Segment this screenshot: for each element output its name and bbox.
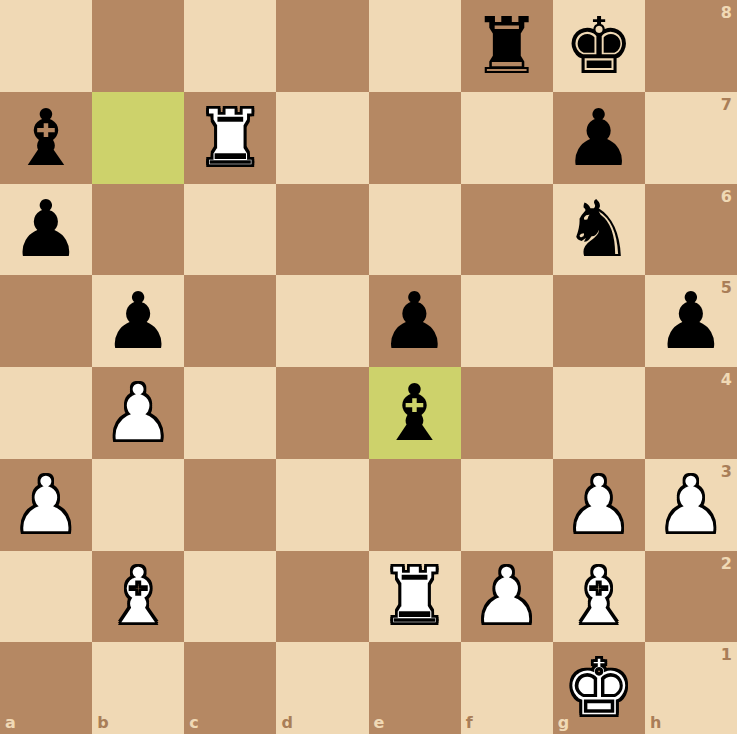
- square-b5[interactable]: ♟: [92, 275, 184, 367]
- piece-white-rook[interactable]: ♜: [195, 92, 265, 184]
- piece-white-pawn[interactable]: ♟: [11, 459, 81, 551]
- file-label-b: b: [97, 713, 108, 732]
- square-g3[interactable]: ♟: [553, 459, 645, 551]
- square-d6[interactable]: [276, 184, 368, 276]
- square-f6[interactable]: [461, 184, 553, 276]
- file-label-d: d: [281, 713, 292, 732]
- piece-black-pawn[interactable]: ♟: [11, 184, 81, 276]
- square-a8[interactable]: [0, 0, 92, 92]
- square-d7[interactable]: [276, 92, 368, 184]
- square-b1[interactable]: b: [92, 642, 184, 734]
- square-f3[interactable]: [461, 459, 553, 551]
- piece-white-pawn[interactable]: ♟: [103, 367, 173, 459]
- square-b3[interactable]: [92, 459, 184, 551]
- piece-black-pawn[interactable]: ♟: [564, 92, 634, 184]
- piece-black-rook[interactable]: ♜: [472, 0, 542, 92]
- square-h2[interactable]: 2: [645, 551, 737, 643]
- square-a7[interactable]: ♝: [0, 92, 92, 184]
- square-e8[interactable]: [369, 0, 461, 92]
- square-h8[interactable]: 8: [645, 0, 737, 92]
- square-f5[interactable]: [461, 275, 553, 367]
- square-c7[interactable]: ♜: [184, 92, 276, 184]
- square-f1[interactable]: f: [461, 642, 553, 734]
- rank-label-6: 6: [721, 187, 732, 206]
- piece-white-pawn[interactable]: ♟: [472, 551, 542, 643]
- square-d8[interactable]: [276, 0, 368, 92]
- chess-board: ♜♚8♝♜♟7♟♞6♟♟♟5♟♝4♟♟♟3♝♜♟♝2abcdef♚g1h: [0, 0, 737, 734]
- file-label-h: h: [650, 713, 661, 732]
- square-g6[interactable]: ♞: [553, 184, 645, 276]
- square-h3[interactable]: ♟3: [645, 459, 737, 551]
- rank-label-1: 1: [721, 645, 732, 664]
- square-a6[interactable]: ♟: [0, 184, 92, 276]
- square-d2[interactable]: [276, 551, 368, 643]
- square-f8[interactable]: ♜: [461, 0, 553, 92]
- square-d4[interactable]: [276, 367, 368, 459]
- piece-white-rook[interactable]: ♜: [380, 551, 450, 643]
- square-c5[interactable]: [184, 275, 276, 367]
- square-b8[interactable]: [92, 0, 184, 92]
- piece-black-pawn[interactable]: ♟: [103, 275, 173, 367]
- square-g7[interactable]: ♟: [553, 92, 645, 184]
- square-g5[interactable]: [553, 275, 645, 367]
- square-g8[interactable]: ♚: [553, 0, 645, 92]
- square-f2[interactable]: ♟: [461, 551, 553, 643]
- file-label-c: c: [189, 713, 198, 732]
- piece-black-pawn[interactable]: ♟: [656, 275, 726, 367]
- piece-black-bishop[interactable]: ♝: [11, 92, 81, 184]
- file-label-f: f: [466, 713, 473, 732]
- square-c1[interactable]: c: [184, 642, 276, 734]
- file-label-e: e: [374, 713, 385, 732]
- piece-white-king[interactable]: ♚: [564, 642, 634, 734]
- square-d3[interactable]: [276, 459, 368, 551]
- square-e6[interactable]: [369, 184, 461, 276]
- rank-label-7: 7: [721, 95, 732, 114]
- rank-label-2: 2: [721, 554, 732, 573]
- file-label-a: a: [5, 713, 16, 732]
- square-c6[interactable]: [184, 184, 276, 276]
- square-a2[interactable]: [0, 551, 92, 643]
- square-e7[interactable]: [369, 92, 461, 184]
- piece-black-pawn[interactable]: ♟: [380, 275, 450, 367]
- piece-white-bishop[interactable]: ♝: [564, 551, 634, 643]
- square-c8[interactable]: [184, 0, 276, 92]
- square-a5[interactable]: [0, 275, 92, 367]
- square-f4[interactable]: [461, 367, 553, 459]
- square-h6[interactable]: 6: [645, 184, 737, 276]
- square-a4[interactable]: [0, 367, 92, 459]
- square-e1[interactable]: e: [369, 642, 461, 734]
- square-a1[interactable]: a: [0, 642, 92, 734]
- rank-label-4: 4: [721, 370, 732, 389]
- square-b2[interactable]: ♝: [92, 551, 184, 643]
- square-d5[interactable]: [276, 275, 368, 367]
- square-e2[interactable]: ♜: [369, 551, 461, 643]
- square-h5[interactable]: ♟5: [645, 275, 737, 367]
- piece-white-pawn[interactable]: ♟: [656, 459, 726, 551]
- square-e3[interactable]: [369, 459, 461, 551]
- piece-black-king[interactable]: ♚: [564, 0, 634, 92]
- square-a3[interactable]: ♟: [0, 459, 92, 551]
- rank-label-8: 8: [721, 3, 732, 22]
- square-h7[interactable]: 7: [645, 92, 737, 184]
- square-h4[interactable]: 4: [645, 367, 737, 459]
- square-g1[interactable]: ♚g: [553, 642, 645, 734]
- piece-white-pawn[interactable]: ♟: [564, 459, 634, 551]
- square-e5[interactable]: ♟: [369, 275, 461, 367]
- square-b7[interactable]: [92, 92, 184, 184]
- square-c4[interactable]: [184, 367, 276, 459]
- square-b6[interactable]: [92, 184, 184, 276]
- square-h1[interactable]: 1h: [645, 642, 737, 734]
- square-e4[interactable]: ♝: [369, 367, 461, 459]
- square-g2[interactable]: ♝: [553, 551, 645, 643]
- piece-black-knight[interactable]: ♞: [564, 184, 634, 276]
- square-c2[interactable]: [184, 551, 276, 643]
- square-c3[interactable]: [184, 459, 276, 551]
- piece-white-bishop[interactable]: ♝: [103, 551, 173, 643]
- square-b4[interactable]: ♟: [92, 367, 184, 459]
- square-f7[interactable]: [461, 92, 553, 184]
- square-d1[interactable]: d: [276, 642, 368, 734]
- square-g4[interactable]: [553, 367, 645, 459]
- piece-black-bishop[interactable]: ♝: [380, 367, 450, 459]
